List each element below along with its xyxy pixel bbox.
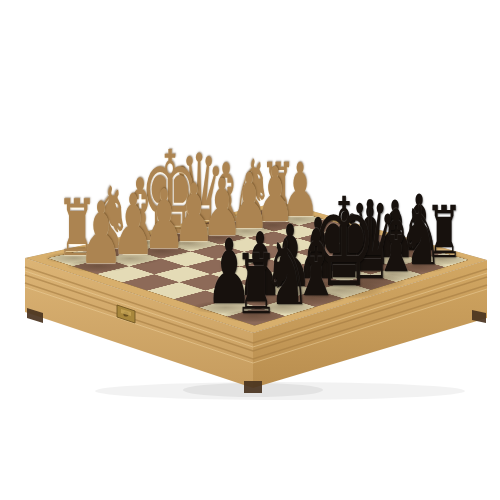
chess-set-product-photo: ♜♞♝♛♚♝♞♜♟♟♟♟♟♟♟♟♟♟♟♟♟♟♟♟♜♞♝♛♚♝♞♜: [0, 0, 500, 500]
foot-front: [244, 381, 262, 393]
